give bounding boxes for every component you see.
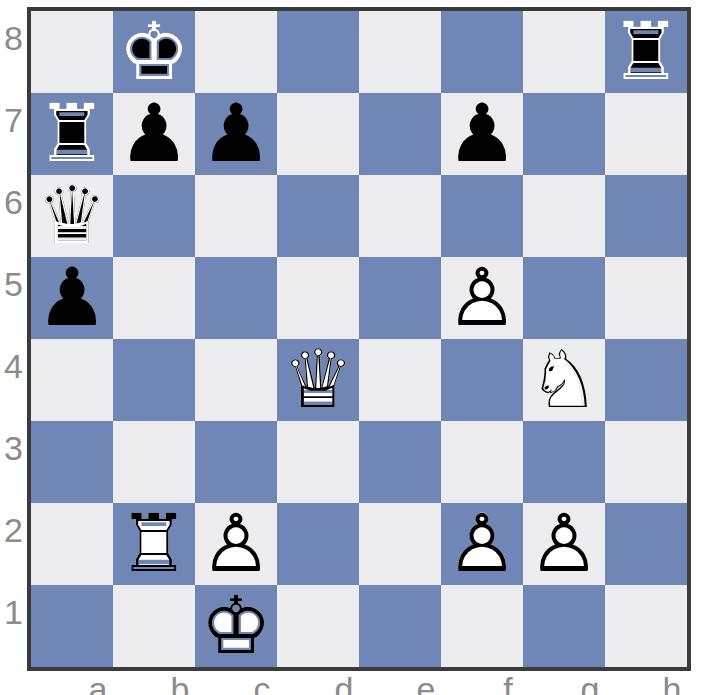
piece-white-queen[interactable]: ♛♕ xyxy=(277,339,359,421)
square-c4[interactable] xyxy=(195,339,277,421)
square-b1[interactable] xyxy=(113,585,195,667)
piece-black-pawn[interactable]: ♟ xyxy=(195,93,277,175)
black-pawn-glyph: ♟ xyxy=(446,94,518,174)
square-e8[interactable] xyxy=(359,11,441,93)
rank-label-6: 6 xyxy=(0,161,27,243)
square-g4[interactable]: ♞♘ xyxy=(523,339,605,421)
square-e3[interactable] xyxy=(359,421,441,503)
square-h3[interactable] xyxy=(605,421,687,503)
square-f1[interactable] xyxy=(441,585,523,667)
piece-black-pawn[interactable]: ♟ xyxy=(441,93,523,175)
square-d4[interactable]: ♛♕ xyxy=(277,339,359,421)
square-f3[interactable] xyxy=(441,421,523,503)
square-b7[interactable]: ♟ xyxy=(113,93,195,175)
square-e2[interactable] xyxy=(359,503,441,585)
chess-board: ♚♔♜♖♜♖♟♟♟♛♕♟♟♙♛♕♞♘♜♖♟♙♟♙♟♙♚♔ xyxy=(27,7,691,671)
square-h8[interactable]: ♜♖ xyxy=(605,11,687,93)
black-rook-outline: ♖ xyxy=(36,94,108,174)
square-b6[interactable] xyxy=(113,175,195,257)
rank-label-3: 3 xyxy=(0,407,27,489)
square-h2[interactable] xyxy=(605,503,687,585)
file-labels: abcdefgh xyxy=(31,668,687,695)
file-label-h: h xyxy=(631,668,713,695)
rank-labels: 87654321 xyxy=(0,11,27,667)
square-h1[interactable] xyxy=(605,585,687,667)
piece-white-knight[interactable]: ♞♘ xyxy=(523,339,605,421)
square-d1[interactable] xyxy=(277,585,359,667)
square-d5[interactable] xyxy=(277,257,359,339)
square-c1[interactable]: ♚♔ xyxy=(195,585,277,667)
square-f2[interactable]: ♟♙ xyxy=(441,503,523,585)
black-pawn-glyph: ♟ xyxy=(200,94,272,174)
white-king-outline: ♔ xyxy=(200,586,272,666)
file-label-e: e xyxy=(385,668,467,695)
square-g3[interactable] xyxy=(523,421,605,503)
square-h5[interactable] xyxy=(605,257,687,339)
rank-label-8: 8 xyxy=(0,0,27,79)
square-h4[interactable] xyxy=(605,339,687,421)
square-c2[interactable]: ♟♙ xyxy=(195,503,277,585)
piece-white-pawn[interactable]: ♟♙ xyxy=(441,257,523,339)
black-queen-outline: ♕ xyxy=(36,176,108,256)
white-knight-outline: ♘ xyxy=(528,340,600,420)
square-d6[interactable] xyxy=(277,175,359,257)
piece-black-queen[interactable]: ♛♕ xyxy=(31,175,113,257)
file-label-g: g xyxy=(549,668,631,695)
piece-black-pawn[interactable]: ♟ xyxy=(31,257,113,339)
square-e4[interactable] xyxy=(359,339,441,421)
square-a8[interactable] xyxy=(31,11,113,93)
square-a1[interactable] xyxy=(31,585,113,667)
square-f7[interactable]: ♟ xyxy=(441,93,523,175)
piece-white-pawn[interactable]: ♟♙ xyxy=(441,503,523,585)
square-h6[interactable] xyxy=(605,175,687,257)
piece-white-king[interactable]: ♚♔ xyxy=(195,585,277,667)
black-king-outline: ♔ xyxy=(118,12,190,92)
square-h7[interactable] xyxy=(605,93,687,175)
square-b2[interactable]: ♜♖ xyxy=(113,503,195,585)
square-d2[interactable] xyxy=(277,503,359,585)
chess-diagram: 87654321 ♚♔♜♖♜♖♟♟♟♛♕♟♟♙♛♕♞♘♜♖♟♙♟♙♟♙♚♔ ab… xyxy=(0,0,720,695)
file-label-c: c xyxy=(221,668,303,695)
square-c3[interactable] xyxy=(195,421,277,503)
black-pawn-glyph: ♟ xyxy=(118,94,190,174)
square-e5[interactable] xyxy=(359,257,441,339)
file-label-b: b xyxy=(139,668,221,695)
square-d3[interactable] xyxy=(277,421,359,503)
square-g8[interactable] xyxy=(523,11,605,93)
white-pawn-outline: ♙ xyxy=(200,504,272,584)
white-pawn-outline: ♙ xyxy=(528,504,600,584)
square-f5[interactable]: ♟♙ xyxy=(441,257,523,339)
piece-black-rook[interactable]: ♜♖ xyxy=(31,93,113,175)
square-b4[interactable] xyxy=(113,339,195,421)
square-e7[interactable] xyxy=(359,93,441,175)
square-g1[interactable] xyxy=(523,585,605,667)
square-a5[interactable]: ♟ xyxy=(31,257,113,339)
piece-white-pawn[interactable]: ♟♙ xyxy=(195,503,277,585)
file-label-f: f xyxy=(467,668,549,695)
file-label-a: a xyxy=(57,668,139,695)
square-c8[interactable] xyxy=(195,11,277,93)
square-f6[interactable] xyxy=(441,175,523,257)
square-a3[interactable] xyxy=(31,421,113,503)
square-e6[interactable] xyxy=(359,175,441,257)
square-g5[interactable] xyxy=(523,257,605,339)
rank-label-1: 1 xyxy=(0,571,27,653)
square-g7[interactable] xyxy=(523,93,605,175)
square-f4[interactable] xyxy=(441,339,523,421)
square-f8[interactable] xyxy=(441,11,523,93)
white-rook-outline: ♖ xyxy=(118,504,190,584)
square-a2[interactable] xyxy=(31,503,113,585)
rank-label-7: 7 xyxy=(0,79,27,161)
square-c6[interactable] xyxy=(195,175,277,257)
square-b5[interactable] xyxy=(113,257,195,339)
square-b8[interactable]: ♚♔ xyxy=(113,11,195,93)
square-a6[interactable]: ♛♕ xyxy=(31,175,113,257)
square-b3[interactable] xyxy=(113,421,195,503)
file-label-d: d xyxy=(303,668,385,695)
rank-label-5: 5 xyxy=(0,243,27,325)
square-d7[interactable] xyxy=(277,93,359,175)
white-pawn-outline: ♙ xyxy=(446,504,518,584)
square-a7[interactable]: ♜♖ xyxy=(31,93,113,175)
piece-black-king[interactable]: ♚♔ xyxy=(113,11,195,93)
black-pawn-glyph: ♟ xyxy=(36,258,108,338)
square-e1[interactable] xyxy=(359,585,441,667)
rank-label-2: 2 xyxy=(0,489,27,571)
square-c5[interactable] xyxy=(195,257,277,339)
piece-black-pawn[interactable]: ♟ xyxy=(113,93,195,175)
square-g6[interactable] xyxy=(523,175,605,257)
white-pawn-outline: ♙ xyxy=(446,258,518,338)
piece-black-rook[interactable]: ♜♖ xyxy=(605,11,687,93)
piece-white-rook[interactable]: ♜♖ xyxy=(113,503,195,585)
rank-label-4: 4 xyxy=(0,325,27,407)
piece-white-pawn[interactable]: ♟♙ xyxy=(523,503,605,585)
square-d8[interactable] xyxy=(277,11,359,93)
square-c7[interactable]: ♟ xyxy=(195,93,277,175)
black-rook-outline: ♖ xyxy=(610,12,682,92)
white-queen-outline: ♕ xyxy=(282,340,354,420)
square-g2[interactable]: ♟♙ xyxy=(523,503,605,585)
square-a4[interactable] xyxy=(31,339,113,421)
